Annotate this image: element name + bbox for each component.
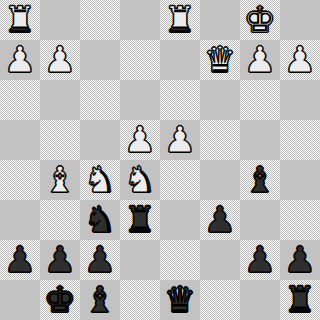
white-pawn-piece: ♟ (40, 40, 80, 80)
square-d2[interactable] (160, 40, 200, 80)
square-e1[interactable] (120, 0, 160, 40)
black-king-piece: ♚ (40, 280, 80, 320)
square-e3[interactable] (120, 80, 160, 120)
square-g2[interactable]: ♟ (40, 40, 80, 80)
square-f7[interactable]: ♟ (80, 240, 120, 280)
square-d6[interactable] (160, 200, 200, 240)
square-h6[interactable] (0, 200, 40, 240)
black-rook-piece: ♜ (280, 280, 320, 320)
square-a5[interactable] (280, 160, 320, 200)
square-f4[interactable] (80, 120, 120, 160)
white-king-piece: ♚ (240, 0, 280, 40)
square-f1[interactable] (80, 0, 120, 40)
square-g6[interactable] (40, 200, 80, 240)
square-c5[interactable] (200, 160, 240, 200)
square-g4[interactable] (40, 120, 80, 160)
square-d4[interactable]: ♟ (160, 120, 200, 160)
square-a2[interactable]: ♟ (280, 40, 320, 80)
white-knight-piece: ♞ (80, 160, 120, 200)
chess-board: ♜♜♚♟♟♛♟♟♟♟♝♞♞♝♞♜♟♟♟♟♟♟♚♝♛♜ (0, 0, 320, 320)
square-a7[interactable]: ♟ (280, 240, 320, 280)
white-pawn-piece: ♟ (120, 120, 160, 160)
black-pawn-piece: ♟ (200, 200, 240, 240)
square-c4[interactable] (200, 120, 240, 160)
square-f6[interactable]: ♞ (80, 200, 120, 240)
black-bishop-piece: ♝ (80, 280, 120, 320)
white-pawn-piece: ♟ (160, 120, 200, 160)
white-pawn-piece: ♟ (280, 40, 320, 80)
square-a4[interactable] (280, 120, 320, 160)
square-b5[interactable]: ♝ (240, 160, 280, 200)
square-a1[interactable] (280, 0, 320, 40)
square-h7[interactable]: ♟ (0, 240, 40, 280)
square-a8[interactable]: ♜ (280, 280, 320, 320)
square-c7[interactable] (200, 240, 240, 280)
square-h4[interactable] (0, 120, 40, 160)
square-h5[interactable] (0, 160, 40, 200)
square-g8[interactable]: ♚ (40, 280, 80, 320)
square-a3[interactable] (280, 80, 320, 120)
white-pawn-piece: ♟ (240, 40, 280, 80)
square-h1[interactable]: ♜ (0, 0, 40, 40)
square-h3[interactable] (0, 80, 40, 120)
black-pawn-piece: ♟ (40, 240, 80, 280)
white-pawn-piece: ♟ (0, 40, 40, 80)
square-f2[interactable] (80, 40, 120, 80)
black-pawn-piece: ♟ (240, 240, 280, 280)
square-b6[interactable] (240, 200, 280, 240)
square-b7[interactable]: ♟ (240, 240, 280, 280)
square-c8[interactable] (200, 280, 240, 320)
square-d5[interactable] (160, 160, 200, 200)
black-pawn-piece: ♟ (80, 240, 120, 280)
square-d3[interactable] (160, 80, 200, 120)
square-h8[interactable] (0, 280, 40, 320)
square-e6[interactable]: ♜ (120, 200, 160, 240)
square-a6[interactable] (280, 200, 320, 240)
square-b3[interactable] (240, 80, 280, 120)
square-e8[interactable] (120, 280, 160, 320)
square-f3[interactable] (80, 80, 120, 120)
square-g1[interactable] (40, 0, 80, 40)
square-d7[interactable] (160, 240, 200, 280)
black-queen-piece: ♛ (160, 280, 200, 320)
square-g7[interactable]: ♟ (40, 240, 80, 280)
square-b4[interactable] (240, 120, 280, 160)
white-bishop-piece: ♝ (40, 160, 80, 200)
square-b2[interactable]: ♟ (240, 40, 280, 80)
black-rook-piece: ♜ (120, 200, 160, 240)
square-f5[interactable]: ♞ (80, 160, 120, 200)
square-d8[interactable]: ♛ (160, 280, 200, 320)
white-knight-piece: ♞ (120, 160, 160, 200)
square-b1[interactable]: ♚ (240, 0, 280, 40)
white-rook-piece: ♜ (160, 0, 200, 40)
square-c3[interactable] (200, 80, 240, 120)
square-e2[interactable] (120, 40, 160, 80)
white-queen-piece: ♛ (200, 40, 240, 80)
square-e5[interactable]: ♞ (120, 160, 160, 200)
square-g5[interactable]: ♝ (40, 160, 80, 200)
black-bishop-piece: ♝ (240, 160, 280, 200)
square-c2[interactable]: ♛ (200, 40, 240, 80)
square-c6[interactable]: ♟ (200, 200, 240, 240)
square-g3[interactable] (40, 80, 80, 120)
square-h2[interactable]: ♟ (0, 40, 40, 80)
square-c1[interactable] (200, 0, 240, 40)
square-d1[interactable]: ♜ (160, 0, 200, 40)
black-knight-piece: ♞ (80, 200, 120, 240)
black-pawn-piece: ♟ (0, 240, 40, 280)
square-f8[interactable]: ♝ (80, 280, 120, 320)
square-b8[interactable] (240, 280, 280, 320)
square-e7[interactable] (120, 240, 160, 280)
square-e4[interactable]: ♟ (120, 120, 160, 160)
black-pawn-piece: ♟ (280, 240, 320, 280)
white-rook-piece: ♜ (0, 0, 40, 40)
